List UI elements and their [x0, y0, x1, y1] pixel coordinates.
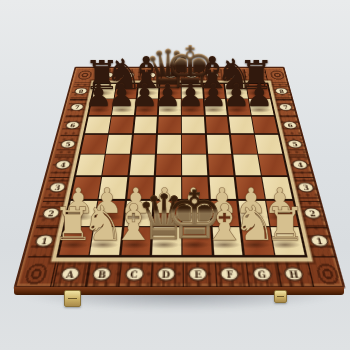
chess-set-photo: AA88BB77CC66DD55EE44FF33GG22HH11 ♜♞♝♛♚♝♞…	[0, 0, 350, 350]
pieces-layer: ♜♞♝♛♚♝♞♜♟♟♟♟♟♟♟♟♟♟♟♟♟♟♟♟♜♞♝♛♚♝♞♜	[0, 0, 350, 350]
piece-wR-h1[interactable]: ♜	[265, 202, 306, 248]
piece-bP-h7[interactable]: ♟	[246, 80, 274, 111]
